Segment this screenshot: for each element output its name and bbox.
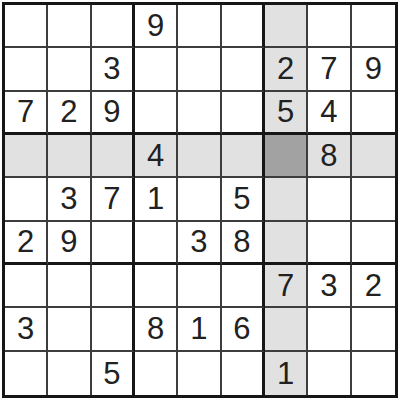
cell-r6c7[interactable] bbox=[265, 222, 308, 265]
cell-r8c5[interactable]: 1 bbox=[178, 308, 221, 351]
cell-r6c3[interactable] bbox=[92, 222, 135, 265]
cell-r4c2[interactable] bbox=[48, 135, 91, 178]
cell-r6c4[interactable] bbox=[135, 222, 178, 265]
cell-r6c9[interactable] bbox=[352, 222, 395, 265]
cell-r4c5[interactable] bbox=[178, 135, 221, 178]
cell-r8c7[interactable] bbox=[265, 308, 308, 351]
cell-r9c3[interactable]: 5 bbox=[92, 352, 135, 395]
cell-r1c7[interactable] bbox=[265, 5, 308, 48]
cell-r7c2[interactable] bbox=[48, 265, 91, 308]
cell-r9c8[interactable] bbox=[308, 352, 351, 395]
cell-r6c2[interactable]: 9 bbox=[48, 222, 91, 265]
cell-r7c9[interactable]: 2 bbox=[352, 265, 395, 308]
cell-r1c6[interactable] bbox=[222, 5, 265, 48]
cell-r4c4[interactable]: 4 bbox=[135, 135, 178, 178]
cell-r5c5[interactable] bbox=[178, 178, 221, 221]
cell-r6c8[interactable] bbox=[308, 222, 351, 265]
cell-r5c6[interactable]: 5 bbox=[222, 178, 265, 221]
cell-r1c2[interactable] bbox=[48, 5, 91, 48]
cell-r7c1[interactable] bbox=[5, 265, 48, 308]
cell-r1c8[interactable] bbox=[308, 5, 351, 48]
sudoku-board: 93279729544837152938732381651 bbox=[2, 2, 398, 398]
cell-r4c8[interactable]: 8 bbox=[308, 135, 351, 178]
cell-r9c7[interactable]: 1 bbox=[265, 352, 308, 395]
cell-r2c9[interactable]: 9 bbox=[352, 48, 395, 91]
cell-r4c1[interactable] bbox=[5, 135, 48, 178]
cell-r2c7[interactable]: 2 bbox=[265, 48, 308, 91]
cell-r7c7[interactable]: 7 bbox=[265, 265, 308, 308]
cell-r5c8[interactable] bbox=[308, 178, 351, 221]
cell-r7c3[interactable] bbox=[92, 265, 135, 308]
cell-r7c8[interactable]: 3 bbox=[308, 265, 351, 308]
cell-r4c9[interactable] bbox=[352, 135, 395, 178]
cell-r9c1[interactable] bbox=[5, 352, 48, 395]
cell-r5c9[interactable] bbox=[352, 178, 395, 221]
cell-r8c4[interactable]: 8 bbox=[135, 308, 178, 351]
cell-r1c5[interactable] bbox=[178, 5, 221, 48]
cell-r1c1[interactable] bbox=[5, 5, 48, 48]
cell-r3c1[interactable]: 7 bbox=[5, 92, 48, 135]
cell-r2c2[interactable] bbox=[48, 48, 91, 91]
cell-r8c1[interactable]: 3 bbox=[5, 308, 48, 351]
cell-r5c3[interactable]: 7 bbox=[92, 178, 135, 221]
cell-r1c4[interactable]: 9 bbox=[135, 5, 178, 48]
cell-r1c3[interactable] bbox=[92, 5, 135, 48]
cell-r8c6[interactable]: 6 bbox=[222, 308, 265, 351]
cell-r6c5[interactable]: 3 bbox=[178, 222, 221, 265]
cell-r9c4[interactable] bbox=[135, 352, 178, 395]
cell-r2c3[interactable]: 3 bbox=[92, 48, 135, 91]
cell-r7c5[interactable] bbox=[178, 265, 221, 308]
cell-r2c1[interactable] bbox=[5, 48, 48, 91]
sudoku-board-wrapper: 93279729544837152938732381651 bbox=[0, 0, 400, 400]
cell-r1c9[interactable] bbox=[352, 5, 395, 48]
cell-r3c3[interactable]: 9 bbox=[92, 92, 135, 135]
cell-r4c3[interactable] bbox=[92, 135, 135, 178]
cell-r2c5[interactable] bbox=[178, 48, 221, 91]
cell-r8c3[interactable] bbox=[92, 308, 135, 351]
cell-r3c2[interactable]: 2 bbox=[48, 92, 91, 135]
cell-r3c7[interactable]: 5 bbox=[265, 92, 308, 135]
cell-r4c7[interactable] bbox=[265, 135, 308, 178]
cell-r3c6[interactable] bbox=[222, 92, 265, 135]
cell-r8c2[interactable] bbox=[48, 308, 91, 351]
cell-r7c6[interactable] bbox=[222, 265, 265, 308]
cell-r5c2[interactable]: 3 bbox=[48, 178, 91, 221]
cell-r3c9[interactable] bbox=[352, 92, 395, 135]
cell-r6c1[interactable]: 2 bbox=[5, 222, 48, 265]
cell-r9c9[interactable] bbox=[352, 352, 395, 395]
cell-r2c4[interactable] bbox=[135, 48, 178, 91]
cell-r3c4[interactable] bbox=[135, 92, 178, 135]
cell-r9c5[interactable] bbox=[178, 352, 221, 395]
cell-r8c9[interactable] bbox=[352, 308, 395, 351]
cell-r3c5[interactable] bbox=[178, 92, 221, 135]
cell-r6c6[interactable]: 8 bbox=[222, 222, 265, 265]
cell-r3c8[interactable]: 4 bbox=[308, 92, 351, 135]
cell-r4c6[interactable] bbox=[222, 135, 265, 178]
cell-r2c8[interactable]: 7 bbox=[308, 48, 351, 91]
cell-r5c4[interactable]: 1 bbox=[135, 178, 178, 221]
cell-r9c2[interactable] bbox=[48, 352, 91, 395]
cell-r9c6[interactable] bbox=[222, 352, 265, 395]
cell-r2c6[interactable] bbox=[222, 48, 265, 91]
cell-r5c7[interactable] bbox=[265, 178, 308, 221]
cell-r5c1[interactable] bbox=[5, 178, 48, 221]
cell-r8c8[interactable] bbox=[308, 308, 351, 351]
cell-r7c4[interactable] bbox=[135, 265, 178, 308]
